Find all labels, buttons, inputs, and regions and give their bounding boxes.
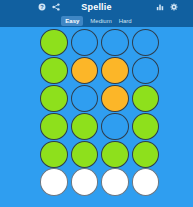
- board-cell-r1c1-green: [40, 29, 68, 56]
- board-cell-r5c4-green: [132, 141, 160, 168]
- board-cell-r1c4-empty: [132, 29, 160, 56]
- board-cell-r3c4-green: [132, 85, 160, 112]
- header-right-icons: [156, 3, 178, 11]
- board-cell-r4c3-empty: [101, 113, 129, 140]
- stats-icon[interactable]: [156, 3, 164, 11]
- tab-easy[interactable]: Easy: [61, 16, 83, 26]
- board-cell-r1c2-empty: [71, 29, 99, 56]
- board-cell-r4c4-green: [132, 113, 160, 140]
- tab-hard[interactable]: Hard: [119, 18, 132, 24]
- board-cell-r2c4-empty: [132, 57, 160, 84]
- tab-medium[interactable]: Medium: [90, 18, 111, 24]
- board-cell-r6c3-white: [101, 168, 129, 195]
- board-cell-r4c2-green: [71, 113, 99, 140]
- board-cell-r2c2-orange: [71, 57, 99, 84]
- board-cell-r3c1-green: [40, 85, 68, 112]
- board: [40, 29, 159, 196]
- gear-icon[interactable]: [170, 3, 178, 11]
- board-cell-r4c1-green: [40, 113, 68, 140]
- header: ? Spellie: [0, 0, 193, 14]
- top-bar: ? Spellie: [0, 0, 193, 27]
- board-cell-r6c1-white: [40, 168, 68, 195]
- board-cell-r5c2-green: [71, 141, 99, 168]
- board-cell-r6c4-white: [132, 168, 160, 195]
- board-cell-r2c3-orange: [101, 57, 129, 84]
- spellie-app: ? Spellie: [0, 0, 193, 207]
- board-cell-r2c1-green: [40, 57, 68, 84]
- board-cell-r5c1-green: [40, 141, 68, 168]
- board-cell-r6c2-white: [71, 168, 99, 195]
- board-cell-r1c3-empty: [101, 29, 129, 56]
- board-cell-r3c2-empty: [71, 85, 99, 112]
- difficulty-tabs: Easy Medium Hard: [0, 14, 193, 27]
- board-cell-r3c3-orange: [101, 85, 129, 112]
- board-cell-r5c3-green: [101, 141, 129, 168]
